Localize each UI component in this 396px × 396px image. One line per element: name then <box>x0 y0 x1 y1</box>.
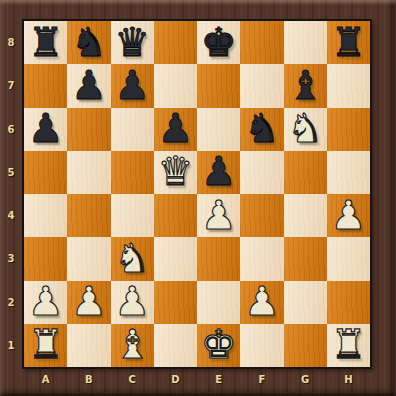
piece-black-pawn[interactable]: ♟ <box>28 108 64 148</box>
file-label-b: B <box>67 370 110 388</box>
square-e7[interactable] <box>197 64 240 107</box>
chess-board[interactable]: ♜♞♛♚♜♟♟♝♟♟♞♞♛♟♟♟♞♟♟♟♟♜♝♚♜ <box>22 19 372 369</box>
piece-white-pawn[interactable]: ♟ <box>201 195 237 235</box>
piece-white-rook[interactable]: ♜ <box>330 324 366 364</box>
square-c8[interactable]: ♛ <box>111 21 154 64</box>
piece-white-pawn[interactable]: ♟ <box>114 281 150 321</box>
square-a8[interactable]: ♜ <box>24 21 67 64</box>
file-label-a: A <box>24 370 67 388</box>
square-e1[interactable]: ♚ <box>197 324 240 367</box>
file-label-h: H <box>327 370 370 388</box>
square-f5[interactable] <box>240 151 283 194</box>
square-g7[interactable]: ♝ <box>284 64 327 107</box>
square-h2[interactable] <box>327 281 370 324</box>
square-d1[interactable] <box>154 324 197 367</box>
square-b2[interactable]: ♟ <box>67 281 110 324</box>
square-d2[interactable] <box>154 281 197 324</box>
piece-white-queen[interactable]: ♛ <box>157 151 193 191</box>
piece-black-rook[interactable]: ♜ <box>28 22 64 62</box>
piece-black-queen[interactable]: ♛ <box>114 22 150 62</box>
square-e4[interactable]: ♟ <box>197 194 240 237</box>
square-h5[interactable] <box>327 151 370 194</box>
rank-label-5: 5 <box>0 151 22 194</box>
square-e8[interactable]: ♚ <box>197 21 240 64</box>
square-a1[interactable]: ♜ <box>24 324 67 367</box>
square-f7[interactable] <box>240 64 283 107</box>
piece-black-bishop[interactable]: ♝ <box>287 65 323 105</box>
piece-black-pawn[interactable]: ♟ <box>157 108 193 148</box>
rank-label-4: 4 <box>0 194 22 237</box>
piece-white-knight[interactable]: ♞ <box>287 108 323 148</box>
file-label-e: E <box>197 370 240 388</box>
rank-label-7: 7 <box>0 64 22 107</box>
rank-label-2: 2 <box>0 281 22 324</box>
square-c4[interactable] <box>111 194 154 237</box>
square-h7[interactable] <box>327 64 370 107</box>
file-label-d: D <box>154 370 197 388</box>
square-a6[interactable]: ♟ <box>24 108 67 151</box>
file-label-g: G <box>284 370 327 388</box>
piece-white-knight[interactable]: ♞ <box>114 238 150 278</box>
rank-label-1: 1 <box>0 324 22 367</box>
square-b4[interactable] <box>67 194 110 237</box>
square-c7[interactable]: ♟ <box>111 64 154 107</box>
square-f3[interactable] <box>240 237 283 280</box>
square-e2[interactable] <box>197 281 240 324</box>
piece-white-pawn[interactable]: ♟ <box>71 281 107 321</box>
rank-label-8: 8 <box>0 21 22 64</box>
piece-white-bishop[interactable]: ♝ <box>114 324 150 364</box>
square-e5[interactable]: ♟ <box>197 151 240 194</box>
square-g1[interactable] <box>284 324 327 367</box>
square-c3[interactable]: ♞ <box>111 237 154 280</box>
piece-white-pawn[interactable]: ♟ <box>28 281 64 321</box>
square-a4[interactable] <box>24 194 67 237</box>
square-g8[interactable] <box>284 21 327 64</box>
square-c5[interactable] <box>111 151 154 194</box>
square-b6[interactable] <box>67 108 110 151</box>
piece-black-rook[interactable]: ♜ <box>330 22 366 62</box>
piece-white-rook[interactable]: ♜ <box>28 324 64 364</box>
square-h3[interactable] <box>327 237 370 280</box>
rank-label-3: 3 <box>0 237 22 280</box>
piece-black-king[interactable]: ♚ <box>201 22 237 62</box>
square-f4[interactable] <box>240 194 283 237</box>
rank-label-6: 6 <box>0 108 22 151</box>
square-d5[interactable]: ♛ <box>154 151 197 194</box>
square-c6[interactable] <box>111 108 154 151</box>
piece-black-pawn[interactable]: ♟ <box>114 65 150 105</box>
square-g4[interactable] <box>284 194 327 237</box>
piece-black-knight[interactable]: ♞ <box>244 108 280 148</box>
square-g6[interactable]: ♞ <box>284 108 327 151</box>
square-a7[interactable] <box>24 64 67 107</box>
square-a3[interactable] <box>24 237 67 280</box>
square-a5[interactable] <box>24 151 67 194</box>
square-f8[interactable] <box>240 21 283 64</box>
square-b8[interactable]: ♞ <box>67 21 110 64</box>
rank-labels: 87654321 <box>0 21 22 367</box>
square-g2[interactable] <box>284 281 327 324</box>
square-g3[interactable] <box>284 237 327 280</box>
square-b3[interactable] <box>67 237 110 280</box>
square-d7[interactable] <box>154 64 197 107</box>
square-c2[interactable]: ♟ <box>111 281 154 324</box>
square-d3[interactable] <box>154 237 197 280</box>
piece-white-pawn[interactable]: ♟ <box>244 281 280 321</box>
square-h8[interactable]: ♜ <box>327 21 370 64</box>
square-e6[interactable] <box>197 108 240 151</box>
square-f1[interactable] <box>240 324 283 367</box>
square-h1[interactable]: ♜ <box>327 324 370 367</box>
square-h6[interactable] <box>327 108 370 151</box>
piece-black-knight[interactable]: ♞ <box>71 22 107 62</box>
square-b7[interactable]: ♟ <box>67 64 110 107</box>
square-b5[interactable] <box>67 151 110 194</box>
square-d4[interactable] <box>154 194 197 237</box>
piece-black-pawn[interactable]: ♟ <box>71 65 107 105</box>
square-e3[interactable] <box>197 237 240 280</box>
square-d6[interactable]: ♟ <box>154 108 197 151</box>
square-f6[interactable]: ♞ <box>240 108 283 151</box>
square-f2[interactable]: ♟ <box>240 281 283 324</box>
file-labels: ABCDEFGH <box>24 370 370 388</box>
square-h4[interactable]: ♟ <box>327 194 370 237</box>
square-b1[interactable] <box>67 324 110 367</box>
board-frame: ♜♞♛♚♜♟♟♝♟♟♞♞♛♟♟♟♞♟♟♟♟♜♝♚♜ 87654321 ABCDE… <box>0 0 396 396</box>
file-label-c: C <box>111 370 154 388</box>
file-label-f: F <box>240 370 283 388</box>
square-d8[interactable] <box>154 21 197 64</box>
square-c1[interactable]: ♝ <box>111 324 154 367</box>
piece-white-pawn[interactable]: ♟ <box>330 195 366 235</box>
square-a2[interactable]: ♟ <box>24 281 67 324</box>
piece-black-pawn[interactable]: ♟ <box>201 151 237 191</box>
square-g5[interactable] <box>284 151 327 194</box>
piece-white-king[interactable]: ♚ <box>201 324 237 364</box>
